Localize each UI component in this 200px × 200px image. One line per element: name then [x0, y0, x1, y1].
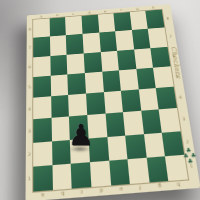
square-d8	[81, 15, 98, 34]
square-a2	[33, 141, 52, 166]
square-e4	[103, 91, 123, 114]
square-b5	[50, 74, 68, 96]
square-c5	[68, 73, 86, 95]
coordinate-label: e	[111, 184, 131, 195]
square-e5	[102, 70, 121, 92]
square-c8	[65, 16, 82, 35]
square-e6	[100, 50, 119, 71]
square-c4	[68, 94, 87, 117]
coordinate-label: a	[33, 190, 53, 200]
coordinate-label: g	[149, 181, 170, 192]
square-d6	[84, 52, 102, 73]
chess-board: abcdefgh abcdefgh 87654321 87654321 Chec…	[25, 4, 200, 200]
square-e1	[109, 159, 130, 186]
square-d7	[82, 33, 100, 53]
square-b1	[52, 163, 72, 190]
board-grid	[33, 10, 188, 192]
coordinate-label: 7	[27, 38, 34, 58]
square-b6	[50, 54, 68, 75]
square-e2	[107, 135, 128, 160]
square-c1	[71, 162, 91, 189]
square-c6	[67, 53, 85, 74]
coordinate-label: 4	[174, 86, 188, 108]
square-e8	[97, 13, 115, 32]
coordinate-label: 4	[26, 98, 33, 120]
coordinate-label: b	[53, 189, 73, 200]
coordinate-label: 5	[26, 77, 33, 98]
square-b8	[49, 17, 66, 36]
square-c7	[66, 34, 84, 54]
brand-logo: ♣♣♣♣	[182, 147, 198, 164]
board-perspective-wrap: abcdefgh abcdefgh 87654321 87654321 Chec…	[25, 4, 200, 200]
coordinate-label: 8	[27, 20, 34, 39]
square-d5	[85, 71, 104, 93]
square-a8	[33, 18, 49, 37]
coordinate-label: c	[72, 187, 92, 198]
coordinate-label: f	[130, 182, 150, 193]
coordinate-label: h	[169, 179, 190, 190]
black-pawn: ♟	[68, 119, 94, 151]
square-b7	[50, 35, 67, 55]
square-e7	[99, 31, 117, 51]
square-a7	[33, 37, 50, 57]
square-a1	[33, 165, 52, 192]
square-d1	[90, 160, 111, 187]
coordinate-label: 1	[26, 166, 34, 192]
square-a5	[33, 76, 51, 98]
rank-labels-left: 87654321	[26, 20, 34, 192]
square-d4	[86, 92, 105, 115]
square-a3	[33, 118, 51, 142]
coordinate-label: 3	[177, 107, 191, 130]
square-b4	[51, 95, 69, 118]
square-a4	[33, 96, 51, 119]
coordinate-label: 3	[26, 119, 33, 142]
coordinate-label: 6	[26, 57, 33, 77]
coordinate-label: 8	[162, 9, 174, 28]
coordinate-label: d	[91, 186, 111, 197]
coordinate-label: 2	[26, 142, 33, 167]
club-icon: ♣	[187, 158, 193, 165]
board-photo-scene: abcdefgh abcdefgh 87654321 87654321 Chec…	[0, 0, 200, 200]
square-a6	[33, 56, 50, 77]
square-e3	[105, 112, 125, 136]
